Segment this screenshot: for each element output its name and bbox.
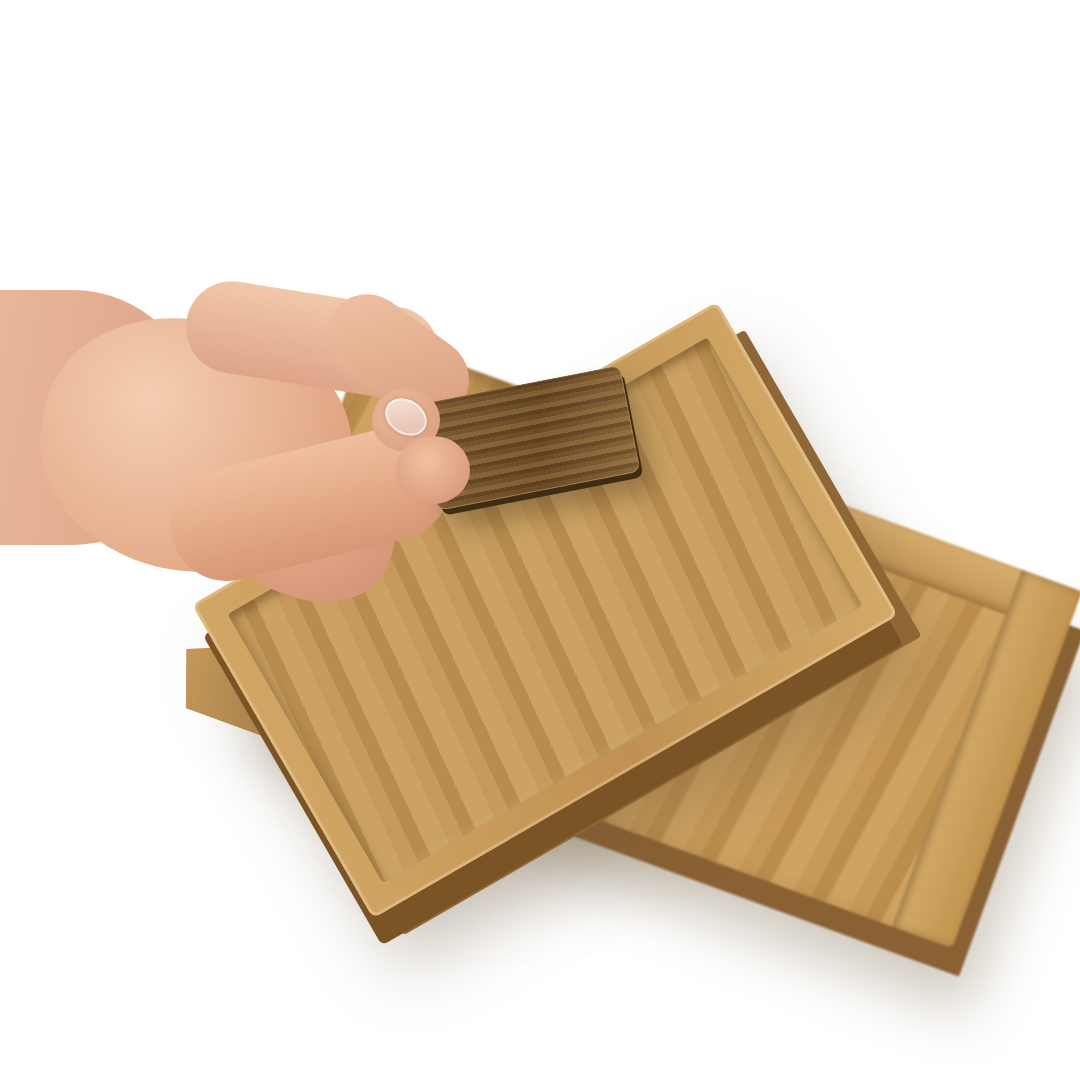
lid-rim	[892, 570, 1080, 949]
scene	[0, 0, 1080, 1080]
held-domino-half-4	[519, 365, 641, 491]
thumb-tip	[396, 436, 470, 504]
